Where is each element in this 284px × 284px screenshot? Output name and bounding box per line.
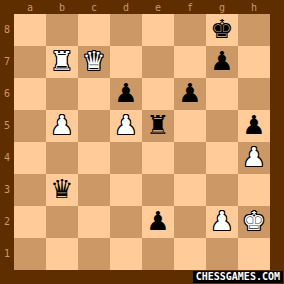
square-a1[interactable] xyxy=(14,238,46,270)
square-d1[interactable] xyxy=(110,238,142,270)
square-h6[interactable] xyxy=(238,78,270,110)
square-c5[interactable] xyxy=(78,110,110,142)
square-d6[interactable]: ♟ xyxy=(110,78,142,110)
black-pawn: ♟ xyxy=(146,208,169,234)
square-h7[interactable] xyxy=(238,46,270,78)
file-label-c: c xyxy=(78,0,110,15)
square-e5[interactable]: ♜ xyxy=(142,110,174,142)
white-king: ♚ xyxy=(242,208,265,234)
square-d2[interactable] xyxy=(110,206,142,238)
square-f7[interactable] xyxy=(174,46,206,78)
square-g3[interactable] xyxy=(206,174,238,206)
square-h1[interactable] xyxy=(238,238,270,270)
black-queen: ♛ xyxy=(50,176,73,202)
white-pawn: ♟ xyxy=(242,144,265,170)
square-g7[interactable]: ♟ xyxy=(206,46,238,78)
square-e7[interactable] xyxy=(142,46,174,78)
square-f5[interactable] xyxy=(174,110,206,142)
white-pawn: ♟ xyxy=(50,112,73,138)
square-e8[interactable] xyxy=(142,14,174,46)
square-b6[interactable] xyxy=(46,78,78,110)
square-f8[interactable] xyxy=(174,14,206,46)
file-label-f: f xyxy=(174,0,206,15)
square-h4[interactable]: ♟ xyxy=(238,142,270,174)
black-pawn: ♟ xyxy=(210,48,233,74)
square-a2[interactable] xyxy=(14,206,46,238)
square-e1[interactable] xyxy=(142,238,174,270)
square-g5[interactable] xyxy=(206,110,238,142)
file-label-d: d xyxy=(110,0,142,15)
rank-label-2: 2 xyxy=(0,206,14,238)
chess-board: ♚♜♛♟♟♟♟♟♜♟♟♛♟♟♚ xyxy=(14,14,270,270)
square-b1[interactable] xyxy=(46,238,78,270)
black-pawn: ♟ xyxy=(242,112,265,138)
file-label-e: e xyxy=(142,0,174,15)
black-pawn: ♟ xyxy=(178,80,201,106)
square-d4[interactable] xyxy=(110,142,142,174)
square-a5[interactable] xyxy=(14,110,46,142)
square-a4[interactable] xyxy=(14,142,46,174)
square-c4[interactable] xyxy=(78,142,110,174)
square-f4[interactable] xyxy=(174,142,206,174)
white-rook: ♜ xyxy=(50,48,73,74)
square-g6[interactable] xyxy=(206,78,238,110)
watermark: CHESSGAMES.COM xyxy=(193,271,283,283)
square-b8[interactable] xyxy=(46,14,78,46)
rank-label-5: 5 xyxy=(0,110,14,142)
square-a7[interactable] xyxy=(14,46,46,78)
square-a6[interactable] xyxy=(14,78,46,110)
square-e3[interactable] xyxy=(142,174,174,206)
square-g2[interactable]: ♟ xyxy=(206,206,238,238)
file-label-b: b xyxy=(46,0,78,15)
square-e4[interactable] xyxy=(142,142,174,174)
square-d3[interactable] xyxy=(110,174,142,206)
black-king: ♚ xyxy=(210,16,233,42)
square-g4[interactable] xyxy=(206,142,238,174)
file-label-a: a xyxy=(14,0,46,15)
square-b3[interactable]: ♛ xyxy=(46,174,78,206)
square-a8[interactable] xyxy=(14,14,46,46)
chess-diagram: abcdefgh 87654321 ♚♜♛♟♟♟♟♟♜♟♟♛♟♟♚ CHESSG… xyxy=(0,0,284,284)
square-b4[interactable] xyxy=(46,142,78,174)
square-c3[interactable] xyxy=(78,174,110,206)
square-h2[interactable]: ♚ xyxy=(238,206,270,238)
rank-label-7: 7 xyxy=(0,46,14,78)
square-f1[interactable] xyxy=(174,238,206,270)
square-b5[interactable]: ♟ xyxy=(46,110,78,142)
square-d8[interactable] xyxy=(110,14,142,46)
square-g8[interactable]: ♚ xyxy=(206,14,238,46)
rank-label-1: 1 xyxy=(0,238,14,270)
rank-label-4: 4 xyxy=(0,142,14,174)
square-h8[interactable] xyxy=(238,14,270,46)
square-e6[interactable] xyxy=(142,78,174,110)
rank-labels: 87654321 xyxy=(0,14,14,270)
square-c2[interactable] xyxy=(78,206,110,238)
white-pawn: ♟ xyxy=(114,112,137,138)
white-queen: ♛ xyxy=(82,48,105,74)
square-f2[interactable] xyxy=(174,206,206,238)
square-f6[interactable]: ♟ xyxy=(174,78,206,110)
square-c8[interactable] xyxy=(78,14,110,46)
square-a3[interactable] xyxy=(14,174,46,206)
square-b7[interactable]: ♜ xyxy=(46,46,78,78)
square-c6[interactable] xyxy=(78,78,110,110)
square-c1[interactable] xyxy=(78,238,110,270)
square-c7[interactable]: ♛ xyxy=(78,46,110,78)
square-f3[interactable] xyxy=(174,174,206,206)
square-g1[interactable] xyxy=(206,238,238,270)
square-h3[interactable] xyxy=(238,174,270,206)
black-pawn: ♟ xyxy=(114,80,137,106)
black-rook: ♜ xyxy=(146,112,169,138)
rank-label-3: 3 xyxy=(0,174,14,206)
square-e2[interactable]: ♟ xyxy=(142,206,174,238)
rank-label-8: 8 xyxy=(0,14,14,46)
square-d7[interactable] xyxy=(110,46,142,78)
white-pawn: ♟ xyxy=(210,208,233,234)
file-label-h: h xyxy=(238,0,270,15)
rank-label-6: 6 xyxy=(0,78,14,110)
file-labels: abcdefgh xyxy=(14,0,270,14)
square-h5[interactable]: ♟ xyxy=(238,110,270,142)
file-label-g: g xyxy=(206,0,238,15)
square-b2[interactable] xyxy=(46,206,78,238)
square-d5[interactable]: ♟ xyxy=(110,110,142,142)
